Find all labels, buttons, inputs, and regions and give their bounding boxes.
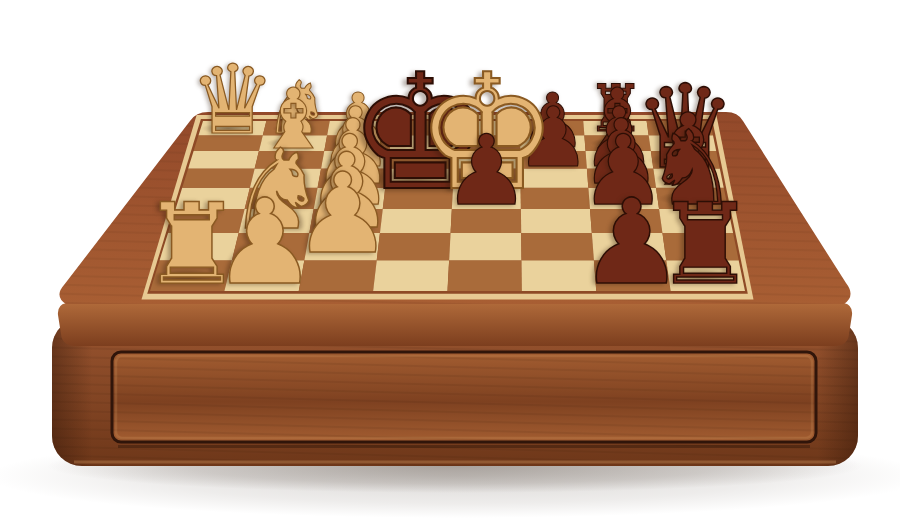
square-f4 <box>521 188 590 209</box>
square-a6 <box>188 151 259 168</box>
square-d3 <box>380 209 452 233</box>
square-h6 <box>651 151 720 168</box>
square-h7 <box>649 135 717 151</box>
square-d5 <box>385 168 454 187</box>
square-a3 <box>168 209 245 233</box>
square-c3 <box>309 209 382 233</box>
square-a5 <box>182 168 254 187</box>
square-d4 <box>383 188 453 209</box>
square-a7 <box>194 135 263 151</box>
square-h3 <box>659 209 733 233</box>
square-b3 <box>239 209 314 233</box>
square-d6 <box>388 151 455 168</box>
square-a8 <box>199 121 267 135</box>
square-g4 <box>588 188 659 209</box>
square-g6 <box>586 151 654 168</box>
square-g7 <box>584 135 651 151</box>
square-a1 <box>150 260 232 291</box>
square-f3 <box>521 209 592 233</box>
square-d7 <box>390 135 456 151</box>
square-e7 <box>455 135 520 151</box>
square-f5 <box>520 168 588 187</box>
product-photo-scene: ♛♞♜♝♟♟♝♟♟♟♛♟♚♚♟♝♟♟♟♞♞♟♟♜♟♟♜ <box>0 0 900 521</box>
square-g1 <box>594 260 671 291</box>
square-e1 <box>448 260 522 291</box>
square-e2 <box>449 233 521 260</box>
square-b6 <box>255 151 325 168</box>
square-b8 <box>263 121 330 135</box>
square-f8 <box>520 121 584 135</box>
square-c4 <box>314 188 386 209</box>
square-e4 <box>452 188 521 209</box>
square-b7 <box>259 135 327 151</box>
square-b2 <box>232 233 309 260</box>
square-h1 <box>666 260 745 291</box>
square-e8 <box>456 121 520 135</box>
square-g3 <box>590 209 662 233</box>
square-h4 <box>656 188 728 209</box>
square-e3 <box>451 209 522 233</box>
square-h5 <box>653 168 723 187</box>
square-e5 <box>453 168 521 187</box>
square-c1 <box>299 260 377 291</box>
square-f2 <box>521 233 594 260</box>
square-f7 <box>520 135 586 151</box>
square-b4 <box>245 188 318 209</box>
square-d1 <box>373 260 449 291</box>
chess-box-and-board <box>0 0 900 521</box>
square-c8 <box>327 121 393 135</box>
square-c7 <box>324 135 391 151</box>
board-rim-edge <box>58 303 852 346</box>
square-h8 <box>647 121 713 135</box>
square-b1 <box>224 260 304 291</box>
square-g5 <box>587 168 656 187</box>
square-g8 <box>583 121 648 135</box>
square-c6 <box>321 151 389 168</box>
square-e6 <box>454 151 520 168</box>
square-h2 <box>662 233 738 260</box>
square-c5 <box>318 168 388 187</box>
square-a2 <box>160 233 239 260</box>
square-g2 <box>592 233 666 260</box>
square-a4 <box>176 188 250 209</box>
square-f6 <box>520 151 587 168</box>
square-c2 <box>304 233 380 260</box>
square-f1 <box>522 260 597 291</box>
square-d2 <box>377 233 451 260</box>
square-b5 <box>250 168 321 187</box>
square-d8 <box>391 121 456 135</box>
